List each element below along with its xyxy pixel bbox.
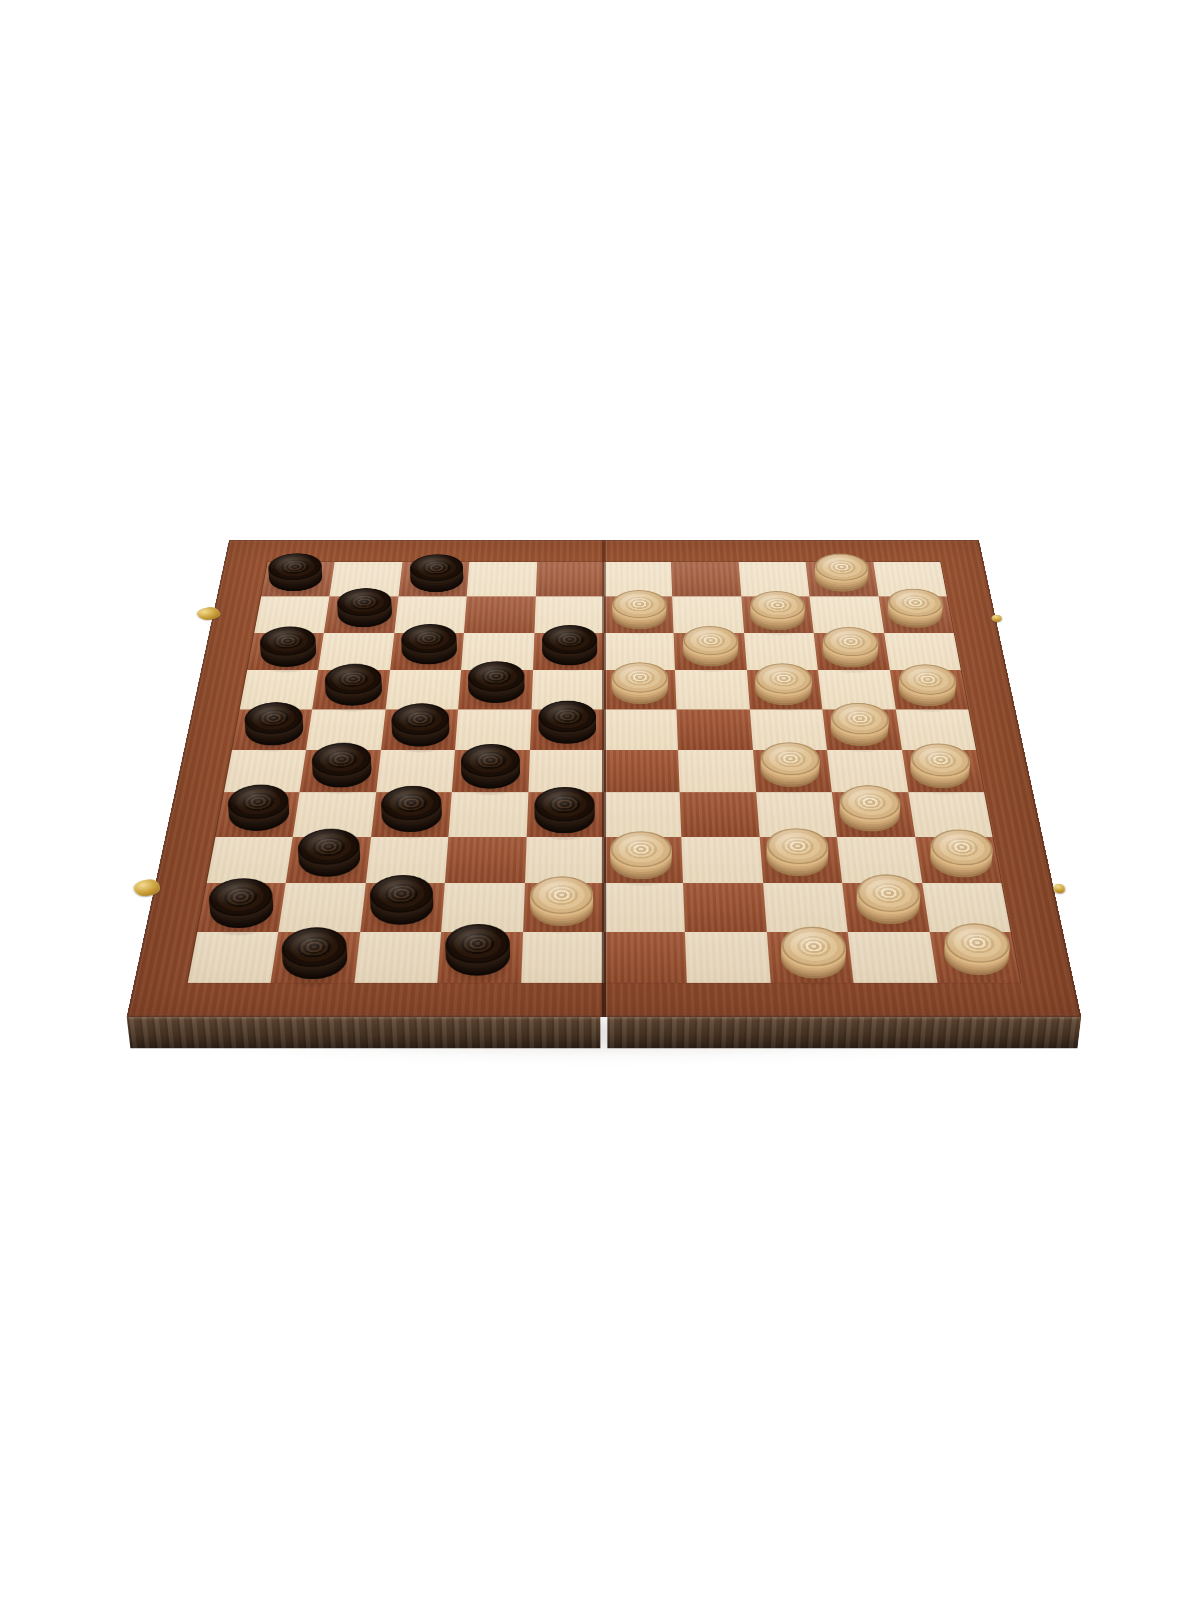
square-r5c9 (823, 709, 902, 750)
front-edge-right-half (607, 1017, 1081, 1049)
square-r3c1 (247, 633, 324, 671)
square-r1c7 (671, 562, 741, 597)
light-checker-r6c10 (908, 755, 972, 788)
square-r2c10 (878, 597, 953, 633)
dark-checker-r9c3 (369, 887, 435, 925)
square-r3c6 (604, 633, 675, 671)
square-r2c4 (464, 597, 535, 633)
square-r3c7 (674, 633, 747, 671)
checker-top-face (611, 831, 673, 867)
dark-checker-r6c2 (310, 755, 373, 788)
square-r1c6 (604, 562, 673, 597)
square-r2c7 (673, 597, 744, 633)
square-r3c8 (744, 633, 818, 671)
square-r1c4 (467, 562, 537, 597)
square-r3c10 (884, 633, 961, 671)
dark-checker-r10c2 (280, 939, 350, 979)
square-r5c1 (232, 709, 313, 750)
square-r3c2 (319, 633, 395, 671)
light-checker-r6c8 (759, 754, 821, 787)
square-r5c3 (381, 709, 458, 750)
square-r2c8 (741, 597, 814, 633)
square-r4c4 (458, 670, 532, 709)
square-r2c3 (394, 597, 467, 633)
square-r3c9 (814, 633, 890, 671)
square-r5c7 (677, 709, 753, 750)
square-r4c3 (385, 670, 461, 709)
light-checker-r8c10 (927, 841, 994, 877)
dark-checker-r8c2 (296, 841, 362, 877)
light-checker-r8c8 (765, 840, 830, 876)
dark-checker-r9c1 (207, 890, 276, 928)
square-r2c6 (604, 597, 674, 633)
square-r4c6 (604, 670, 677, 709)
square-r2c2 (324, 597, 398, 633)
square-r3c4 (461, 633, 534, 671)
square-r1c2 (330, 562, 403, 597)
square-r4c2 (313, 670, 390, 709)
dark-checker-r7c3 (380, 797, 443, 832)
square-r5c6 (604, 709, 678, 750)
square-r5c5 (530, 709, 604, 750)
square-r3c5 (533, 633, 604, 671)
front-edge-left-half (127, 1017, 601, 1049)
checker-top-face (529, 876, 593, 914)
square-r2c9 (810, 597, 884, 633)
checker-top-face (534, 787, 595, 822)
square-r1c10 (873, 562, 947, 597)
square-r4c9 (818, 670, 895, 709)
square-r4c5 (531, 670, 604, 709)
square-r4c10 (889, 670, 968, 709)
square-r4c7 (675, 670, 749, 709)
square-r4c1 (240, 670, 319, 709)
product-photo (0, 0, 1200, 1600)
light-checker-r10c10 (941, 935, 1012, 975)
square-r1c1 (261, 562, 335, 597)
square-r2c1 (254, 597, 329, 633)
dark-checker-r6c4 (461, 756, 522, 789)
square-r1c3 (398, 562, 469, 597)
light-checker-r8c6 (610, 843, 672, 879)
square-r1c9 (806, 562, 879, 597)
dark-checker-r7c1 (226, 796, 292, 831)
square-r1c8 (738, 562, 809, 597)
square-r4c8 (747, 670, 823, 709)
light-checker-r9c5 (530, 889, 593, 927)
square-r1c5 (535, 562, 604, 597)
light-checker-r9c9 (855, 887, 923, 925)
dark-checker-r10c4 (445, 936, 511, 976)
square-r3c3 (390, 633, 464, 671)
checkers-board (127, 540, 1082, 1017)
square-r2c5 (534, 597, 604, 633)
light-checker-r10c8 (779, 939, 847, 979)
